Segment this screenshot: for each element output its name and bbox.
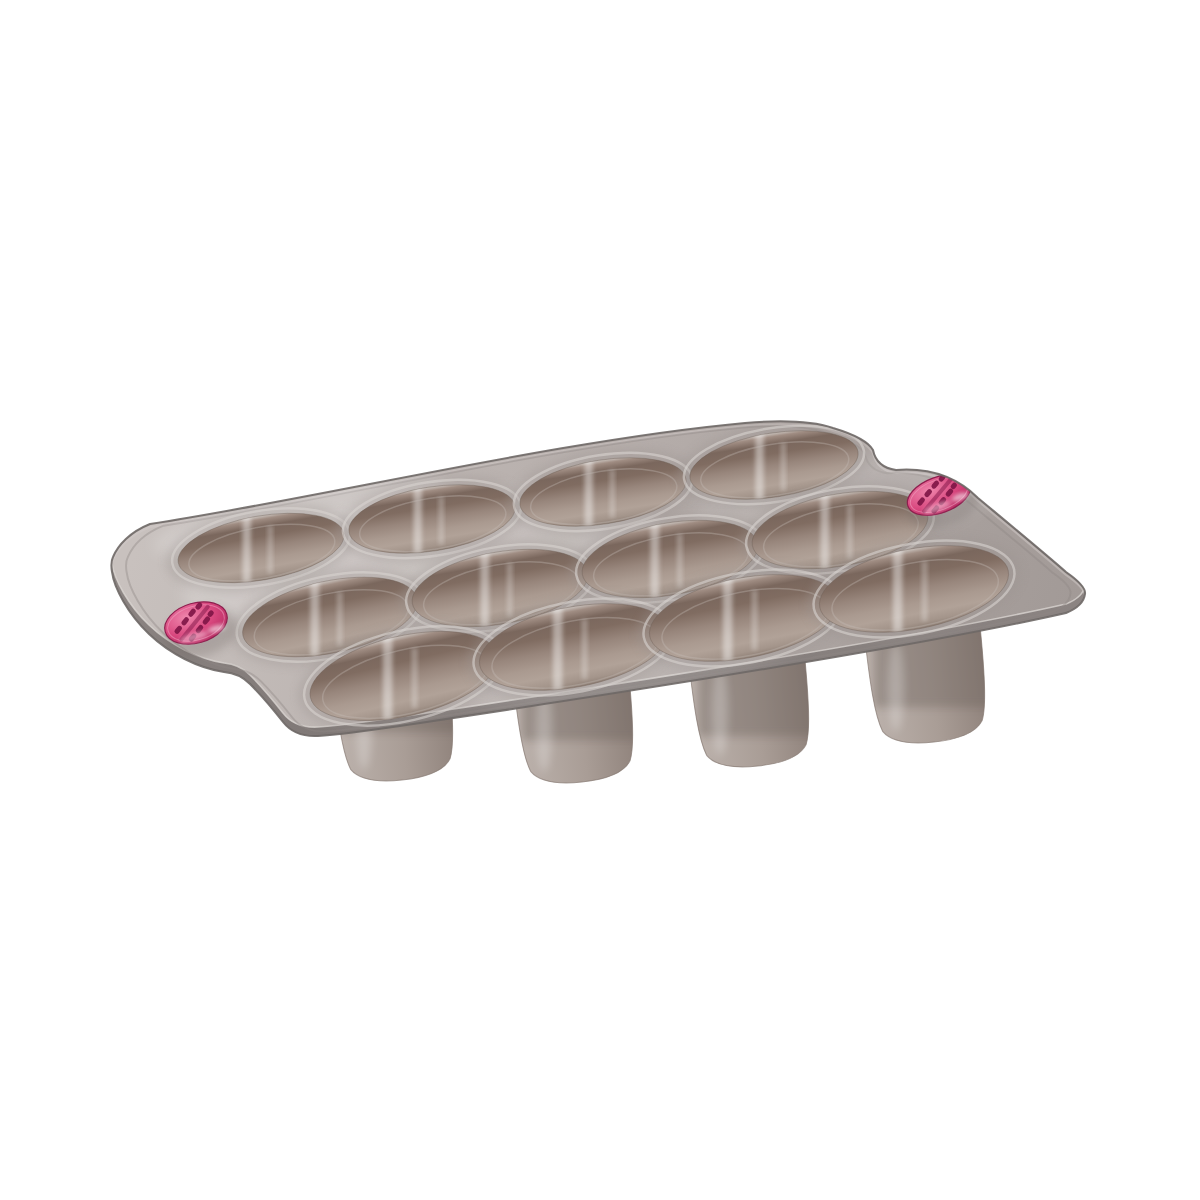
product-photo-stage: [0, 0, 1200, 1200]
product-image: [0, 0, 1200, 1200]
